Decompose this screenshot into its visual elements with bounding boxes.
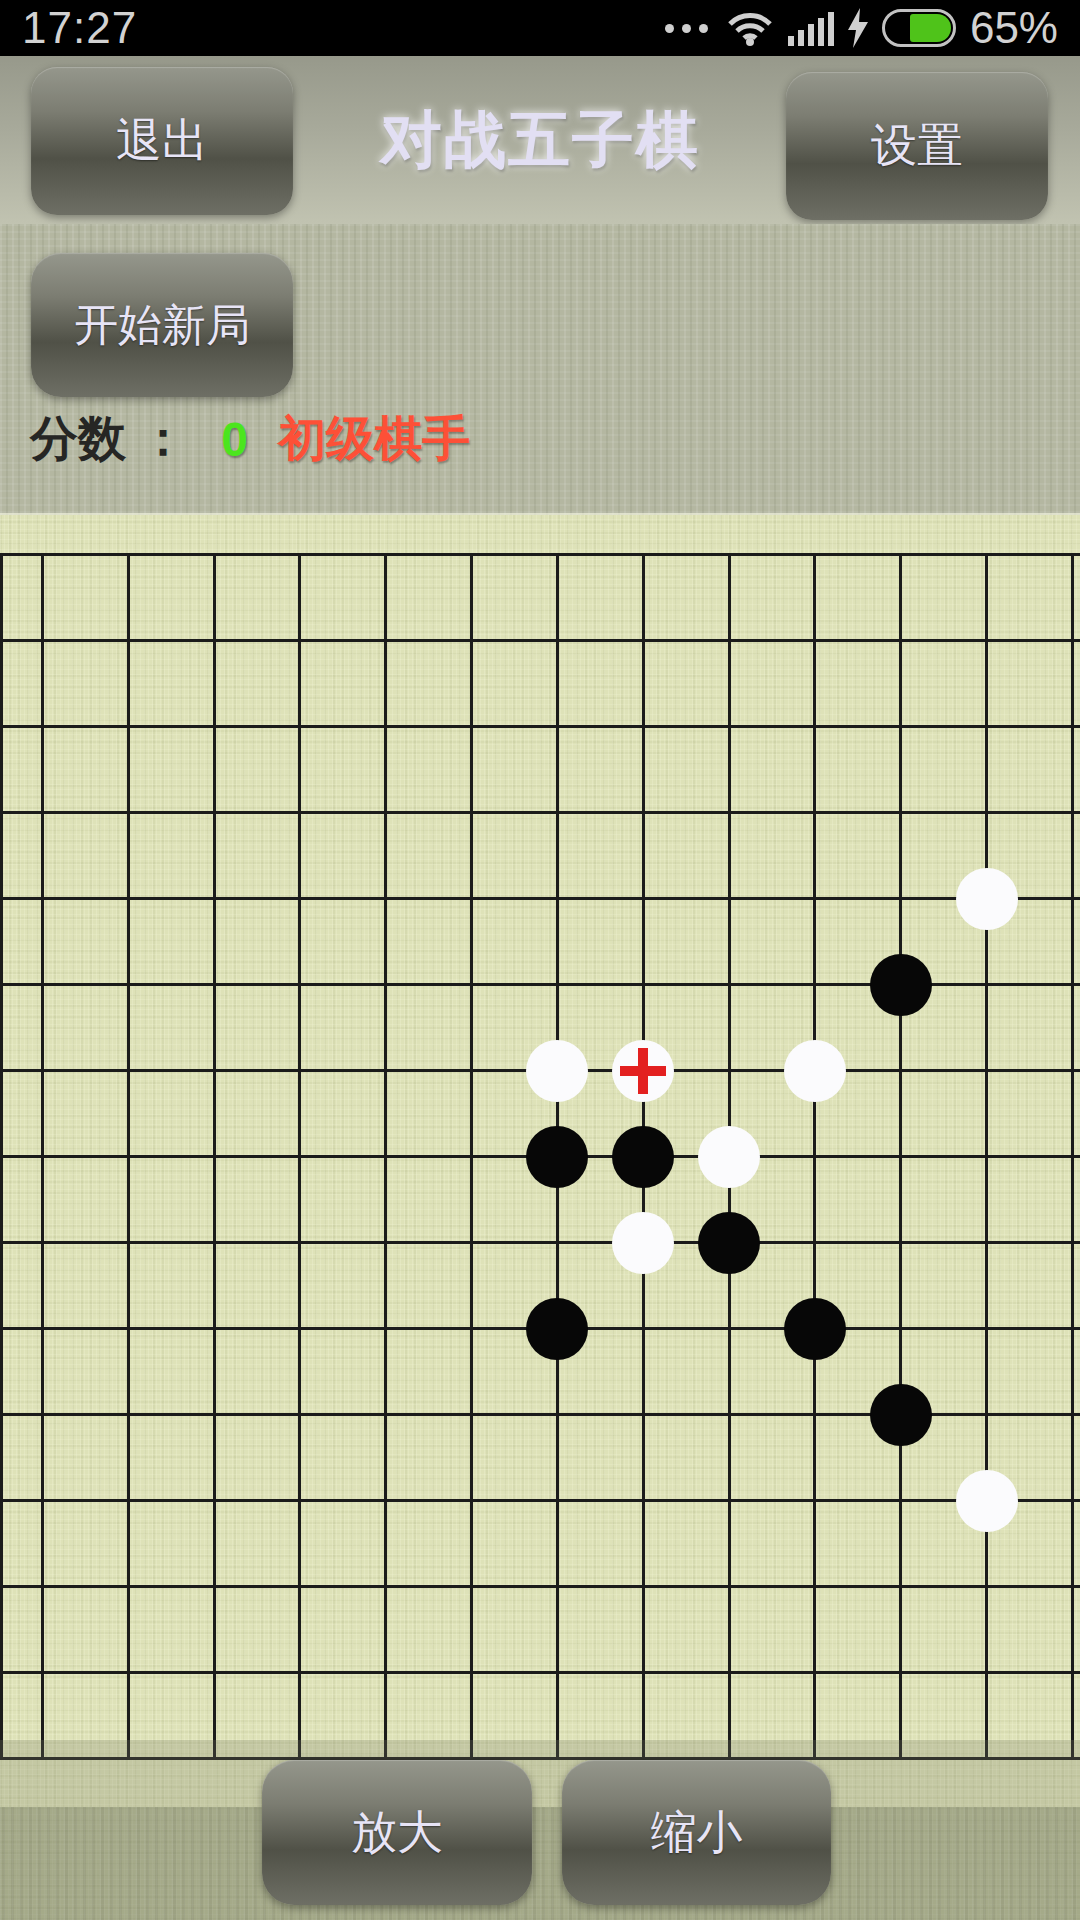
exit-button[interactable]: 退出: [31, 67, 293, 215]
grid-hline: [0, 811, 1080, 814]
more-dots-icon: [665, 24, 708, 33]
score-line: 分数 ： 0 初级棋手: [30, 406, 470, 472]
grid-hline: [0, 553, 1080, 556]
white-stone: [612, 1212, 674, 1274]
grid-hline: [0, 1671, 1080, 1674]
black-stone: [784, 1298, 846, 1360]
white-stone: [784, 1040, 846, 1102]
grid-hline: [0, 1499, 1080, 1502]
white-stone: [698, 1126, 760, 1188]
clock-time: 17:27: [22, 3, 137, 53]
grid-hline: [0, 1241, 1080, 1244]
black-stone: [698, 1212, 760, 1274]
header-bar: 对战五子棋 退出 设置: [0, 56, 1080, 224]
game-board[interactable]: [0, 515, 1080, 1920]
white-stone: [956, 1470, 1018, 1532]
grid-hline: [0, 1585, 1080, 1588]
black-stone: [870, 954, 932, 1016]
black-stone: [526, 1298, 588, 1360]
app-screen: 17:27 65% 对战五子棋 退出 设置 开始新局: [0, 0, 1080, 1920]
footer-shade-light: [0, 1740, 1080, 1807]
player-rank: 初级棋手: [278, 407, 470, 471]
battery-percent: 65%: [970, 3, 1058, 53]
footer-shade-dark: [0, 1807, 1080, 1920]
battery-icon: [882, 9, 956, 47]
wifi-icon: [726, 9, 774, 47]
status-bar: 17:27 65%: [0, 0, 1080, 56]
charging-bolt-icon: [848, 8, 868, 48]
black-stone: [526, 1126, 588, 1188]
zoom-in-button[interactable]: 放大: [262, 1760, 532, 1905]
signal-strength-icon: [788, 10, 834, 46]
white-stone: [956, 868, 1018, 930]
white-stone: [526, 1040, 588, 1102]
white-stone: [612, 1040, 674, 1102]
settings-button[interactable]: 设置: [786, 72, 1048, 220]
new-game-button[interactable]: 开始新局: [31, 253, 293, 397]
black-stone: [612, 1126, 674, 1188]
zoom-out-button[interactable]: 缩小: [562, 1760, 831, 1905]
score-value: 0: [221, 412, 248, 467]
grid-hline: [0, 725, 1080, 728]
score-panel: 开始新局 分数 ： 0 初级棋手: [0, 224, 1080, 515]
status-icons: 65%: [665, 3, 1058, 53]
grid-hline: [0, 897, 1080, 900]
score-label: 分数 ：: [30, 407, 187, 471]
grid-hline: [0, 639, 1080, 642]
black-stone: [870, 1384, 932, 1446]
